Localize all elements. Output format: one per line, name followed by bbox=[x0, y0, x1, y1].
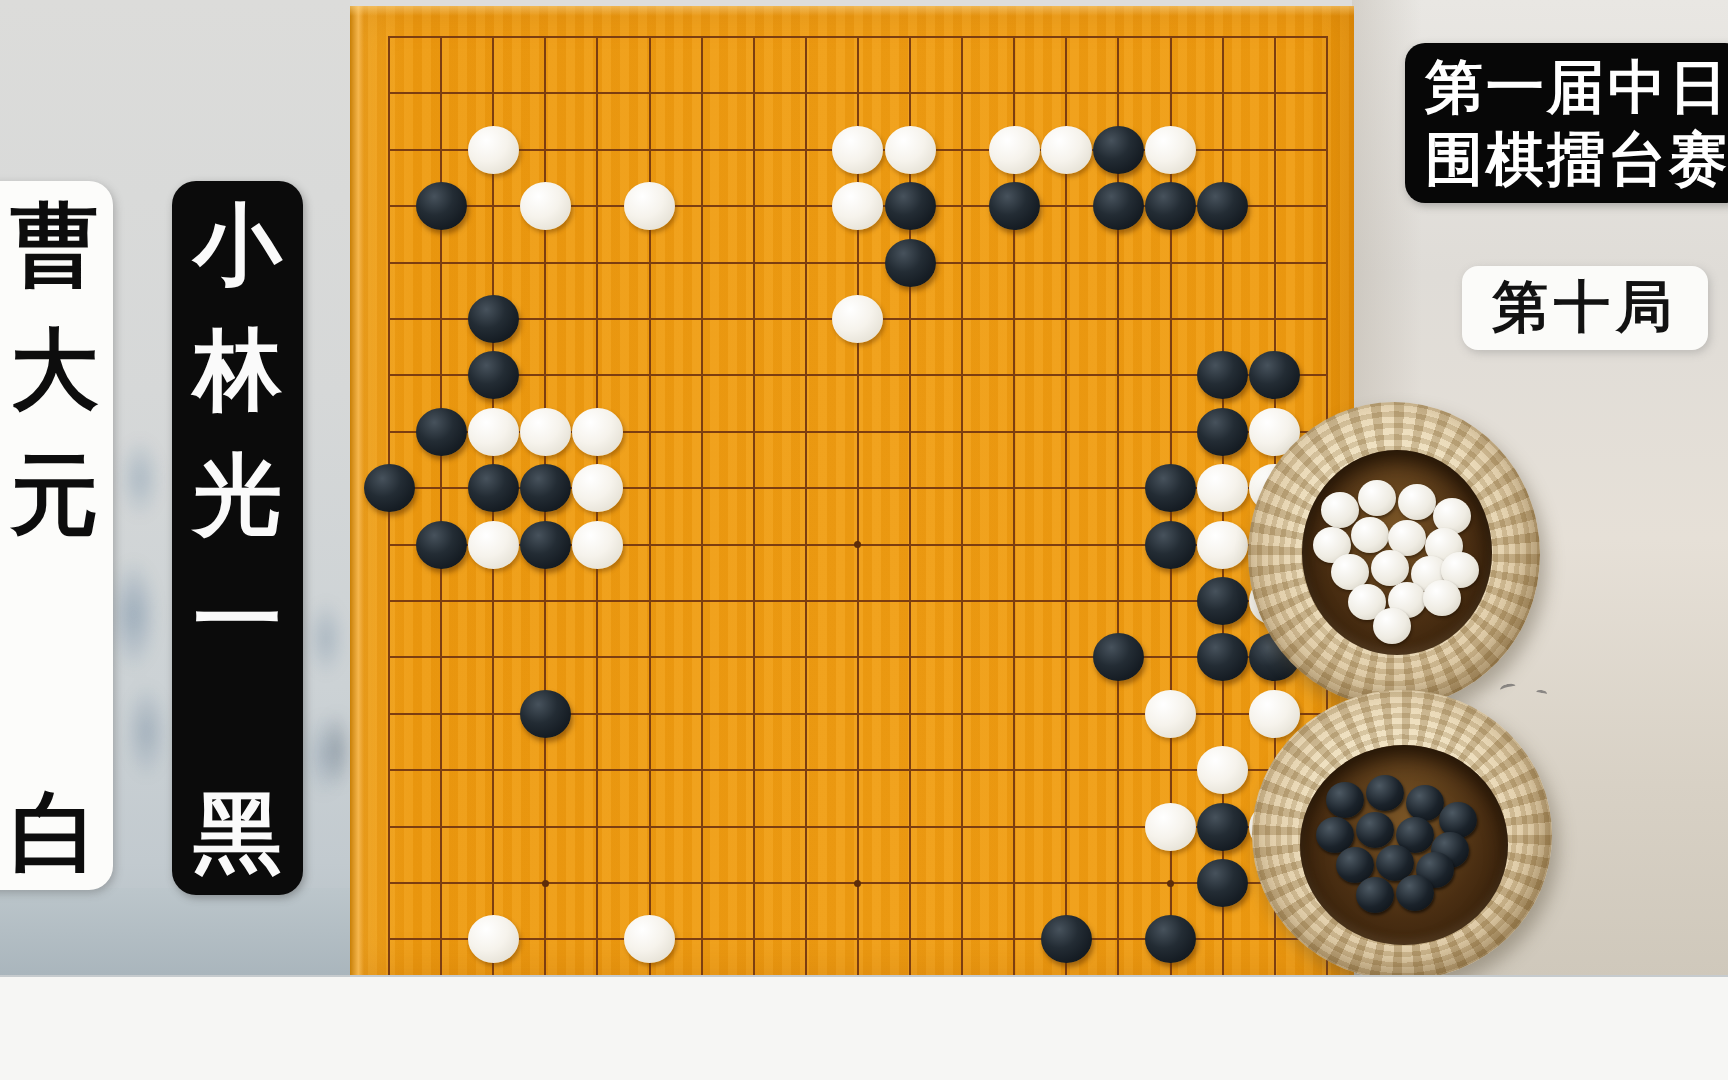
black-stone bbox=[1197, 633, 1248, 681]
black-stone bbox=[989, 182, 1040, 230]
black-stone bbox=[468, 295, 519, 343]
black-stone bbox=[1093, 126, 1144, 174]
white-stone bbox=[1197, 746, 1248, 794]
black-stone-bowl bbox=[1252, 690, 1552, 980]
grid-line bbox=[1117, 37, 1119, 975]
grid-line bbox=[440, 37, 442, 975]
grid-line bbox=[701, 37, 703, 975]
ink-painting-smudge bbox=[108, 400, 172, 790]
star-point bbox=[542, 880, 549, 887]
bottom-letterbox-band bbox=[0, 975, 1728, 1080]
black-stone bbox=[416, 521, 467, 569]
grid-line bbox=[753, 37, 755, 975]
white-stone bbox=[624, 182, 675, 230]
white-stone bbox=[1145, 690, 1196, 738]
white-stone bbox=[520, 408, 571, 456]
white-stone bbox=[572, 521, 623, 569]
grid-line bbox=[388, 656, 1328, 658]
grid-line bbox=[909, 37, 911, 975]
player-panel-white: 曹 大 元 白 bbox=[0, 181, 113, 890]
black-stone bbox=[1197, 859, 1248, 907]
white-stone bbox=[832, 126, 883, 174]
white-player-name-char: 元 bbox=[0, 445, 113, 545]
grid-line bbox=[388, 600, 1328, 602]
white-tray-stone bbox=[1351, 517, 1389, 553]
black-stone bbox=[1197, 577, 1248, 625]
white-tray-stone bbox=[1321, 492, 1359, 528]
grid-line bbox=[805, 37, 807, 975]
player-panel-black: 小 林 光 一 黑 bbox=[172, 181, 303, 895]
grid-line bbox=[388, 769, 1328, 771]
white-stone bbox=[468, 126, 519, 174]
black-stone bbox=[885, 182, 936, 230]
black-stone bbox=[1197, 351, 1248, 399]
black-stone bbox=[1197, 408, 1248, 456]
grid-line bbox=[961, 37, 963, 975]
white-player-name-char: 大 bbox=[0, 320, 113, 420]
grid-line bbox=[857, 37, 859, 975]
white-stone bbox=[832, 295, 883, 343]
black-tray-stone bbox=[1356, 877, 1394, 913]
black-player-name-char: 小 bbox=[172, 195, 303, 295]
grid-line bbox=[649, 37, 651, 975]
black-player-name-char: 光 bbox=[172, 445, 303, 545]
white-stone bbox=[1145, 803, 1196, 851]
black-stone bbox=[520, 521, 571, 569]
black-stone bbox=[416, 182, 467, 230]
white-tray-stone bbox=[1358, 480, 1396, 516]
white-stone bbox=[1197, 464, 1248, 512]
black-stone bbox=[468, 351, 519, 399]
white-stone bbox=[1145, 126, 1196, 174]
event-title-box: 第一届中日 围棋擂台赛 bbox=[1405, 43, 1728, 203]
white-bowl-opening bbox=[1302, 450, 1492, 655]
event-title-line1: 第一届中日 bbox=[1425, 51, 1728, 123]
black-stone bbox=[1145, 915, 1196, 963]
white-tray-stone bbox=[1398, 484, 1436, 520]
white-stone-label: 白 bbox=[0, 783, 113, 883]
white-stone bbox=[468, 521, 519, 569]
black-stone bbox=[416, 408, 467, 456]
black-stone bbox=[1197, 182, 1248, 230]
white-stone bbox=[1249, 690, 1300, 738]
white-stone bbox=[468, 915, 519, 963]
white-stone bbox=[520, 182, 571, 230]
white-player-name-char: 曹 bbox=[0, 195, 113, 295]
white-stone bbox=[885, 126, 936, 174]
broadcast-frame: 曹 大 元 白 小 林 光 一 黑 第一届中日 围棋擂台赛 第十局 bbox=[0, 0, 1728, 1080]
black-stone bbox=[468, 464, 519, 512]
black-tray-stone bbox=[1366, 775, 1404, 811]
white-stone bbox=[572, 408, 623, 456]
black-stone bbox=[1197, 803, 1248, 851]
white-stone bbox=[832, 182, 883, 230]
event-title-line2: 围棋擂台赛 bbox=[1425, 123, 1728, 195]
black-stone bbox=[1145, 464, 1196, 512]
table-edge bbox=[0, 888, 352, 978]
black-stone bbox=[1093, 633, 1144, 681]
black-stone bbox=[364, 464, 415, 512]
white-stone-bowl bbox=[1248, 402, 1540, 707]
white-stone bbox=[1041, 126, 1092, 174]
black-tray-stone bbox=[1406, 785, 1444, 821]
white-tray-stone bbox=[1423, 580, 1461, 616]
white-tray-stone bbox=[1373, 608, 1411, 644]
black-stone bbox=[520, 464, 571, 512]
star-point bbox=[1167, 880, 1174, 887]
grid-line bbox=[1013, 37, 1015, 975]
black-stone bbox=[1041, 915, 1092, 963]
black-stone bbox=[520, 690, 571, 738]
black-stone bbox=[885, 239, 936, 287]
black-tray-stone bbox=[1356, 812, 1394, 848]
white-tray-stone bbox=[1371, 550, 1409, 586]
white-stone bbox=[1197, 521, 1248, 569]
black-tray-stone bbox=[1396, 875, 1434, 911]
white-stone bbox=[989, 126, 1040, 174]
star-point bbox=[854, 541, 861, 548]
black-stone bbox=[1145, 521, 1196, 569]
black-player-name-char: 一 bbox=[172, 570, 303, 670]
black-bowl-opening bbox=[1300, 745, 1508, 945]
black-stone bbox=[1145, 182, 1196, 230]
white-stone bbox=[572, 464, 623, 512]
black-stone bbox=[1093, 182, 1144, 230]
white-stone bbox=[624, 915, 675, 963]
game-number-box: 第十局 bbox=[1462, 266, 1708, 350]
black-tray-stone bbox=[1326, 782, 1364, 818]
black-stone-label: 黑 bbox=[172, 783, 303, 883]
white-stone bbox=[468, 408, 519, 456]
black-stone bbox=[1249, 351, 1300, 399]
star-point bbox=[854, 880, 861, 887]
black-player-name-char: 林 bbox=[172, 320, 303, 420]
go-board bbox=[350, 6, 1354, 975]
grid-line bbox=[1065, 37, 1067, 975]
